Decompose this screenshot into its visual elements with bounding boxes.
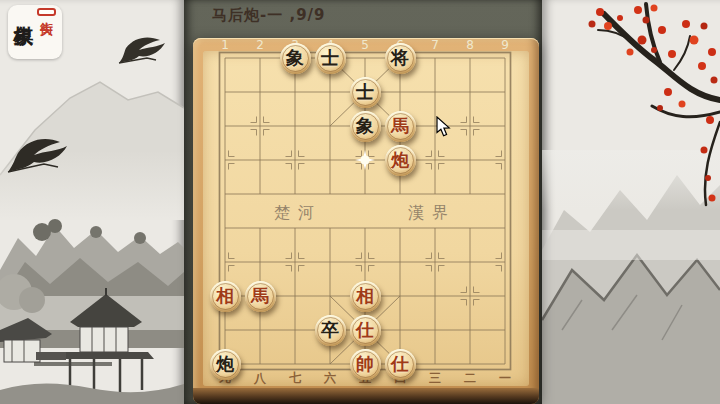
- piece-red-相[interactable]: 相: [210, 281, 241, 312]
- river-text-left: 楚河: [258, 203, 338, 224]
- piece-black-士[interactable]: 士: [350, 77, 381, 108]
- ink-landscape-painting: [0, 0, 184, 404]
- piece-black-士[interactable]: 士: [315, 43, 346, 74]
- file-label-top: 9: [494, 38, 516, 52]
- piece-red-炮[interactable]: 炮: [385, 145, 416, 176]
- left-decor-panel: 象棋 街头: [0, 0, 184, 404]
- file-label-bottom: 三: [424, 371, 446, 385]
- file-label-top: 2: [249, 38, 271, 52]
- piece-black-将[interactable]: 将: [385, 43, 416, 74]
- file-label-bottom: 七: [284, 371, 306, 385]
- board[interactable]: 楚河 漢界 123456789九八七六五四三二一象士将士象馬炮相馬相卒仕炮帥仕: [193, 38, 539, 404]
- file-label-top: 1: [214, 38, 236, 52]
- file-label-top: 5: [354, 38, 376, 52]
- foreground-wash: [0, 383, 184, 404]
- file-label-bottom: 六: [319, 371, 341, 385]
- piece-red-馬[interactable]: 馬: [245, 281, 276, 312]
- app-window: 象棋 街头: [0, 0, 720, 404]
- logo-stamp: 街头: [37, 8, 56, 16]
- file-label-bottom: 二: [459, 371, 481, 385]
- crane-icon: [119, 37, 165, 63]
- piece-red-相[interactable]: 相: [350, 281, 381, 312]
- file-label-top: 8: [459, 38, 481, 52]
- piece-red-仕[interactable]: 仕: [385, 349, 416, 380]
- file-label-top: 7: [424, 38, 446, 52]
- piece-red-馬[interactable]: 馬: [385, 111, 416, 142]
- piece-red-仕[interactable]: 仕: [350, 315, 381, 346]
- last-move-highlight: [354, 149, 376, 171]
- river-text-right: 漢界: [392, 203, 472, 224]
- mouse-cursor: [436, 116, 452, 138]
- piece-red-帥[interactable]: 帥: [350, 349, 381, 380]
- piece-black-象[interactable]: 象: [280, 43, 311, 74]
- file-label-bottom: 八: [249, 371, 271, 385]
- file-label-bottom: 一: [494, 371, 516, 385]
- piece-black-象[interactable]: 象: [350, 111, 381, 142]
- puzzle-title: 马后炮-一 ,9/9: [212, 6, 326, 25]
- app-logo: 象棋 街头: [8, 5, 62, 59]
- piece-black-卒[interactable]: 卒: [315, 315, 346, 346]
- right-decor-panel: 业叁守門员 卒 人生如棋我愿为卒虽行动缓慢可曾见我后退半步: [542, 0, 720, 404]
- plum-blossom-painting: [542, 0, 720, 404]
- piece-black-炮[interactable]: 炮: [210, 349, 241, 380]
